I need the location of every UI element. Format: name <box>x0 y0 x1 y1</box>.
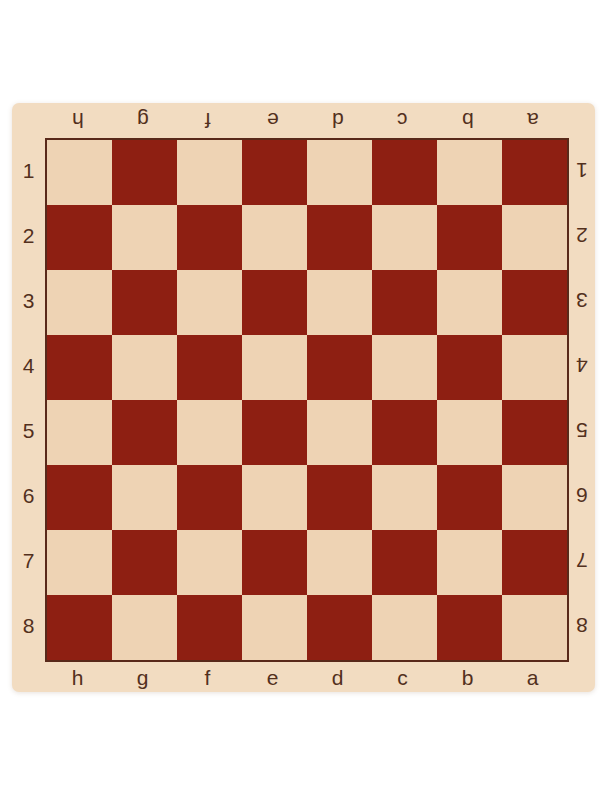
rank-label-left-cell-3: 3 <box>12 268 45 333</box>
rank-label-right-cell-2: 2 <box>569 203 595 268</box>
square-g4[interactable] <box>112 335 177 400</box>
square-c7[interactable] <box>372 530 437 595</box>
file-label-bottom-cell-d: d <box>305 662 370 692</box>
square-a8[interactable] <box>502 595 567 660</box>
square-d2[interactable] <box>307 205 372 270</box>
square-h4[interactable] <box>47 335 112 400</box>
rank-label-right-8: 8 <box>576 615 588 636</box>
rank-label-left-cell-6: 6 <box>12 463 45 528</box>
square-e4[interactable] <box>242 335 307 400</box>
square-f5[interactable] <box>177 400 242 465</box>
square-b6[interactable] <box>437 465 502 530</box>
square-a7[interactable] <box>502 530 567 595</box>
square-b3[interactable] <box>437 270 502 335</box>
product-photo: hgfedcba 12345678 12345678 hgfedcba <box>0 0 600 800</box>
rank-label-left-cell-2: 2 <box>12 203 45 268</box>
chessboard-mat: hgfedcba 12345678 12345678 hgfedcba <box>12 103 595 692</box>
square-g6[interactable] <box>112 465 177 530</box>
square-h8[interactable] <box>47 595 112 660</box>
rank-label-right-7: 7 <box>576 550 588 571</box>
rank-label-left-cell-1: 1 <box>12 138 45 203</box>
file-label-bottom-cell-h: h <box>45 662 110 692</box>
file-label-top-cell-b: b <box>435 103 500 138</box>
rank-label-left-4: 4 <box>23 355 35 376</box>
square-d8[interactable] <box>307 595 372 660</box>
file-label-top-e: e <box>267 110 279 131</box>
square-b1[interactable] <box>437 140 502 205</box>
square-e6[interactable] <box>242 465 307 530</box>
rank-label-right-cell-4: 4 <box>569 333 595 398</box>
square-d5[interactable] <box>307 400 372 465</box>
rank-label-right-4: 4 <box>576 355 588 376</box>
square-c8[interactable] <box>372 595 437 660</box>
square-c3[interactable] <box>372 270 437 335</box>
rank-label-right-cell-5: 5 <box>569 398 595 463</box>
rank-label-left-cell-7: 7 <box>12 528 45 593</box>
file-label-top-b: b <box>462 110 474 131</box>
square-f3[interactable] <box>177 270 242 335</box>
file-label-top-cell-f: f <box>175 103 240 138</box>
rank-label-right-cell-7: 7 <box>569 528 595 593</box>
square-f7[interactable] <box>177 530 242 595</box>
file-label-bottom-cell-c: c <box>370 662 435 692</box>
file-labels-top: hgfedcba <box>45 103 569 138</box>
file-label-top-g: g <box>137 110 149 131</box>
square-a4[interactable] <box>502 335 567 400</box>
file-label-top-cell-a: a <box>500 103 565 138</box>
file-label-top-cell-d: d <box>305 103 370 138</box>
rank-label-left-7: 7 <box>23 550 35 571</box>
file-label-bottom-cell-b: b <box>435 662 500 692</box>
file-label-bottom-cell-f: f <box>175 662 240 692</box>
file-label-bottom-cell-e: e <box>240 662 305 692</box>
square-a2[interactable] <box>502 205 567 270</box>
square-c2[interactable] <box>372 205 437 270</box>
square-b7[interactable] <box>437 530 502 595</box>
square-g2[interactable] <box>112 205 177 270</box>
square-c1[interactable] <box>372 140 437 205</box>
square-h1[interactable] <box>47 140 112 205</box>
square-d3[interactable] <box>307 270 372 335</box>
rank-label-right-3: 3 <box>576 290 588 311</box>
file-label-bottom-cell-g: g <box>110 662 175 692</box>
file-label-top-cell-e: e <box>240 103 305 138</box>
square-c5[interactable] <box>372 400 437 465</box>
square-d1[interactable] <box>307 140 372 205</box>
file-label-top-f: f <box>205 110 211 131</box>
rank-label-right-2: 2 <box>576 225 588 246</box>
rank-label-right-cell-3: 3 <box>569 268 595 333</box>
square-e1[interactable] <box>242 140 307 205</box>
square-f6[interactable] <box>177 465 242 530</box>
file-label-bottom-h: h <box>72 667 84 688</box>
rank-label-right-cell-6: 6 <box>569 463 595 528</box>
rank-label-right-cell-8: 8 <box>569 593 595 658</box>
rank-label-right-1: 1 <box>576 160 588 181</box>
square-b4[interactable] <box>437 335 502 400</box>
file-label-top-cell-g: g <box>110 103 175 138</box>
square-h2[interactable] <box>47 205 112 270</box>
rank-labels-right: 12345678 <box>569 138 595 662</box>
square-a3[interactable] <box>502 270 567 335</box>
rank-labels-left: 12345678 <box>12 138 45 662</box>
file-label-top-a: a <box>527 110 539 131</box>
square-g8[interactable] <box>112 595 177 660</box>
rank-label-left-2: 2 <box>23 225 35 246</box>
square-h6[interactable] <box>47 465 112 530</box>
square-g7[interactable] <box>112 530 177 595</box>
rank-label-right-cell-1: 1 <box>569 138 595 203</box>
file-label-bottom-cell-a: a <box>500 662 565 692</box>
file-label-top-d: d <box>332 110 344 131</box>
square-f8[interactable] <box>177 595 242 660</box>
rank-label-right-6: 6 <box>576 485 588 506</box>
square-f4[interactable] <box>177 335 242 400</box>
square-b2[interactable] <box>437 205 502 270</box>
square-g5[interactable] <box>112 400 177 465</box>
square-a5[interactable] <box>502 400 567 465</box>
square-b8[interactable] <box>437 595 502 660</box>
square-d6[interactable] <box>307 465 372 530</box>
square-c4[interactable] <box>372 335 437 400</box>
file-label-bottom-e: e <box>267 667 279 688</box>
square-d7[interactable] <box>307 530 372 595</box>
square-g3[interactable] <box>112 270 177 335</box>
square-g1[interactable] <box>112 140 177 205</box>
square-e3[interactable] <box>242 270 307 335</box>
file-label-bottom-g: g <box>137 667 149 688</box>
square-a1[interactable] <box>502 140 567 205</box>
file-label-top-cell-h: h <box>45 103 110 138</box>
rank-label-left-5: 5 <box>23 420 35 441</box>
rank-label-left-6: 6 <box>23 485 35 506</box>
square-e8[interactable] <box>242 595 307 660</box>
square-e7[interactable] <box>242 530 307 595</box>
square-e5[interactable] <box>242 400 307 465</box>
rank-label-left-cell-5: 5 <box>12 398 45 463</box>
square-b5[interactable] <box>437 400 502 465</box>
file-label-bottom-b: b <box>462 667 474 688</box>
rank-label-right-5: 5 <box>576 420 588 441</box>
rank-label-left-cell-4: 4 <box>12 333 45 398</box>
rank-label-left-cell-8: 8 <box>12 593 45 658</box>
file-label-top-cell-c: c <box>370 103 435 138</box>
file-label-bottom-c: c <box>397 667 408 688</box>
file-label-bottom-a: a <box>527 667 539 688</box>
square-h7[interactable] <box>47 530 112 595</box>
square-f1[interactable] <box>177 140 242 205</box>
chessboard-grid <box>45 138 569 662</box>
file-label-bottom-f: f <box>205 667 211 688</box>
square-e2[interactable] <box>242 205 307 270</box>
square-d4[interactable] <box>307 335 372 400</box>
square-c6[interactable] <box>372 465 437 530</box>
square-a6[interactable] <box>502 465 567 530</box>
rank-label-left-8: 8 <box>23 615 35 636</box>
rank-label-left-1: 1 <box>23 160 35 181</box>
file-labels-bottom: hgfedcba <box>45 662 569 692</box>
file-label-top-h: h <box>72 110 84 131</box>
file-label-top-c: c <box>397 110 408 131</box>
square-h5[interactable] <box>47 400 112 465</box>
square-h3[interactable] <box>47 270 112 335</box>
file-label-bottom-d: d <box>332 667 344 688</box>
square-f2[interactable] <box>177 205 242 270</box>
rank-label-left-3: 3 <box>23 290 35 311</box>
